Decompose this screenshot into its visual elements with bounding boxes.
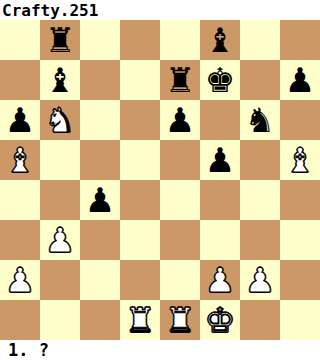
square-d7[interactable]: [120, 60, 160, 100]
piece-white-bishop: ♝: [5, 143, 35, 178]
square-b5[interactable]: [40, 140, 80, 180]
square-h1[interactable]: [280, 300, 320, 340]
square-e3[interactable]: [160, 220, 200, 260]
square-c4[interactable]: ♟: [80, 180, 120, 220]
square-g7[interactable]: [240, 60, 280, 100]
piece-black-bishop: ♝: [45, 63, 75, 98]
square-g6[interactable]: ♞: [240, 100, 280, 140]
square-f7[interactable]: ♚: [200, 60, 240, 100]
square-b3[interactable]: ♟: [40, 220, 80, 260]
square-b8[interactable]: ♜: [40, 20, 80, 60]
square-e2[interactable]: [160, 260, 200, 300]
piece-black-rook: ♜: [165, 63, 195, 98]
square-e4[interactable]: [160, 180, 200, 220]
piece-black-knight: ♞: [245, 103, 275, 138]
square-d1[interactable]: ♜: [120, 300, 160, 340]
square-d3[interactable]: [120, 220, 160, 260]
square-a5[interactable]: ♝: [0, 140, 40, 180]
piece-white-rook: ♜: [165, 303, 195, 338]
square-d2[interactable]: [120, 260, 160, 300]
square-f1[interactable]: ♚: [200, 300, 240, 340]
square-d6[interactable]: [120, 100, 160, 140]
square-f2[interactable]: ♟: [200, 260, 240, 300]
square-d5[interactable]: [120, 140, 160, 180]
square-f6[interactable]: [200, 100, 240, 140]
square-c2[interactable]: [80, 260, 120, 300]
square-b4[interactable]: [40, 180, 80, 220]
square-c1[interactable]: [80, 300, 120, 340]
square-f5[interactable]: ♟: [200, 140, 240, 180]
piece-black-pawn: ♟: [5, 103, 35, 138]
piece-white-knight: ♞: [45, 103, 75, 138]
square-e5[interactable]: [160, 140, 200, 180]
piece-white-pawn: ♟: [245, 263, 275, 298]
square-h5[interactable]: ♝: [280, 140, 320, 180]
square-e1[interactable]: ♜: [160, 300, 200, 340]
square-b1[interactable]: [40, 300, 80, 340]
piece-white-bishop: ♝: [285, 143, 315, 178]
square-f4[interactable]: [200, 180, 240, 220]
square-g8[interactable]: [240, 20, 280, 60]
piece-white-pawn: ♟: [205, 263, 235, 298]
square-h3[interactable]: [280, 220, 320, 260]
square-h6[interactable]: [280, 100, 320, 140]
square-a3[interactable]: [0, 220, 40, 260]
square-b6[interactable]: ♞: [40, 100, 80, 140]
square-e8[interactable]: [160, 20, 200, 60]
square-b7[interactable]: ♝: [40, 60, 80, 100]
page-title: Crafty.251: [0, 0, 320, 20]
chess-board: ♜♝♝♜♚♟♟♞♟♞♝♟♝♟♟♟♟♟♜♜♚: [0, 20, 320, 340]
piece-white-rook: ♜: [125, 303, 155, 338]
piece-black-pawn: ♟: [85, 183, 115, 218]
square-g1[interactable]: [240, 300, 280, 340]
square-g2[interactable]: ♟: [240, 260, 280, 300]
piece-black-pawn: ♟: [205, 143, 235, 178]
square-c3[interactable]: [80, 220, 120, 260]
square-e6[interactable]: ♟: [160, 100, 200, 140]
square-c8[interactable]: [80, 20, 120, 60]
square-f3[interactable]: [200, 220, 240, 260]
move-prompt: 1. ?: [0, 340, 320, 360]
piece-black-rook: ♜: [45, 23, 75, 58]
square-b2[interactable]: [40, 260, 80, 300]
piece-black-king: ♚: [205, 63, 235, 98]
square-e7[interactable]: ♜: [160, 60, 200, 100]
piece-white-king: ♚: [205, 303, 235, 338]
square-h4[interactable]: [280, 180, 320, 220]
square-h7[interactable]: ♟: [280, 60, 320, 100]
square-a7[interactable]: [0, 60, 40, 100]
square-a4[interactable]: [0, 180, 40, 220]
square-g3[interactable]: [240, 220, 280, 260]
piece-black-bishop: ♝: [205, 23, 235, 58]
square-g4[interactable]: [240, 180, 280, 220]
piece-white-pawn: ♟: [45, 223, 75, 258]
piece-black-pawn: ♟: [165, 103, 195, 138]
crafty-board-window: Crafty.251 ♜♝♝♜♚♟♟♞♟♞♝♟♝♟♟♟♟♟♜♜♚ 1. ?: [0, 0, 320, 360]
square-c5[interactable]: [80, 140, 120, 180]
square-h8[interactable]: [280, 20, 320, 60]
square-d4[interactable]: [120, 180, 160, 220]
square-g5[interactable]: [240, 140, 280, 180]
square-f8[interactable]: ♝: [200, 20, 240, 60]
square-c7[interactable]: [80, 60, 120, 100]
square-a8[interactable]: [0, 20, 40, 60]
square-d8[interactable]: [120, 20, 160, 60]
square-a6[interactable]: ♟: [0, 100, 40, 140]
square-h2[interactable]: [280, 260, 320, 300]
square-a1[interactable]: [0, 300, 40, 340]
piece-white-pawn: ♟: [5, 263, 35, 298]
square-c6[interactable]: [80, 100, 120, 140]
piece-black-pawn: ♟: [285, 63, 315, 98]
square-a2[interactable]: ♟: [0, 260, 40, 300]
